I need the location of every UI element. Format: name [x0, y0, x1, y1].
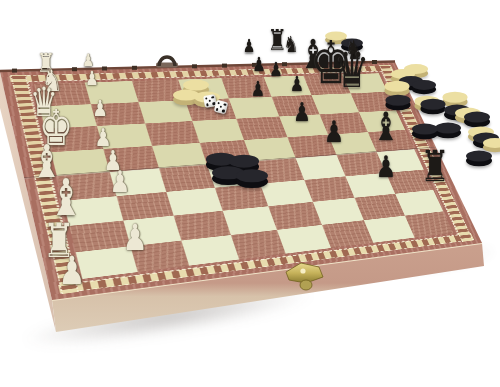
die-pip [205, 97, 208, 100]
white-pawn-glyph: ♟ [110, 167, 131, 197]
black-knight-glyph: ♞ [283, 34, 298, 56]
checker-disc-black [435, 123, 461, 134]
black-pawn-glyph: ♟ [376, 152, 397, 182]
white-pawn-glyph: ♟ [85, 70, 98, 90]
white-pawn-glyph: ♟ [92, 98, 107, 120]
white-pawn-glyph: ♟ [122, 220, 147, 256]
checker-disc-cream [483, 138, 500, 148]
checker-disc-black [412, 124, 438, 135]
black-bishop-glyph: ♝ [373, 107, 400, 146]
die-pip [206, 104, 209, 107]
black-pawn-glyph: ♟ [251, 79, 265, 100]
die-pip [224, 103, 227, 106]
black-queen-glyph: ♛ [335, 45, 370, 96]
checker-disc-cream [385, 81, 410, 92]
black-pawn-glyph: ♟ [269, 61, 282, 81]
black-rook-glyph: ♜ [420, 144, 450, 187]
die-pip [220, 106, 223, 109]
checker-disc-black [412, 80, 436, 90]
checker-disc-black [466, 151, 492, 162]
photo-stage: ♜♞♛♚♝♝♜♟♟♟♟♟♟♟♟♟♜♞♟♟♟♟♝♚♞♛♟♟♝♟♜ [0, 0, 500, 387]
checker-disc-black [421, 99, 446, 110]
black-pawn-glyph: ♟ [293, 99, 311, 125]
die-pip [209, 100, 212, 103]
black-pawn-glyph: ♟ [252, 56, 265, 76]
checker-disc-cream [443, 92, 468, 103]
checker-disc-black [464, 112, 490, 123]
die-pip [211, 96, 214, 99]
checker-disc-black [229, 155, 259, 168]
white-pawn-glyph: ♟ [59, 251, 86, 290]
black-pawn-glyph: ♟ [324, 117, 345, 147]
black-pawn-glyph: ♟ [290, 74, 304, 95]
die [214, 100, 229, 115]
die-pip [222, 110, 225, 113]
pieces-layer: ♜♞♛♚♝♝♜♟♟♟♟♟♟♟♟♟♜♞♟♟♟♟♝♚♞♛♟♟♝♟♜ [0, 0, 500, 387]
die-pip [215, 108, 218, 111]
die-pip [217, 101, 220, 104]
checker-disc-black [236, 169, 268, 182]
